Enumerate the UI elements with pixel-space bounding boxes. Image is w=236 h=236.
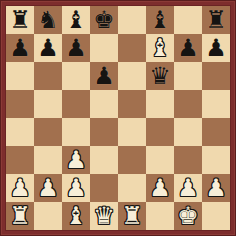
black-king: ♚ <box>90 6 118 34</box>
square-a5[interactable] <box>6 90 34 118</box>
square-c6[interactable] <box>62 62 90 90</box>
white-pawn: ♟ <box>62 174 90 202</box>
square-f5[interactable] <box>146 90 174 118</box>
square-h1[interactable] <box>202 202 230 230</box>
square-e8[interactable] <box>118 6 146 34</box>
white-rook: ♜ <box>6 202 34 230</box>
white-pawn: ♟ <box>62 146 90 174</box>
white-pawn: ♟ <box>6 174 34 202</box>
square-e6[interactable] <box>118 62 146 90</box>
square-e5[interactable] <box>118 90 146 118</box>
black-bishop: ♝ <box>146 6 174 34</box>
square-h6[interactable] <box>202 62 230 90</box>
square-a3[interactable] <box>6 146 34 174</box>
black-bishop: ♝ <box>62 6 90 34</box>
chess-board: ♜♞♝♚♝♜♟♟♟♝♟♟♟♛♟♟♟♟♟♟♟♜♝♛♜♚ <box>6 6 230 230</box>
white-pawn: ♟ <box>146 174 174 202</box>
square-e3[interactable] <box>118 146 146 174</box>
square-h7[interactable]: ♟ <box>202 34 230 62</box>
square-f2[interactable]: ♟ <box>146 174 174 202</box>
white-queen: ♛ <box>90 202 118 230</box>
square-c5[interactable] <box>62 90 90 118</box>
square-f4[interactable] <box>146 118 174 146</box>
black-rook: ♜ <box>202 6 230 34</box>
square-h8[interactable]: ♜ <box>202 6 230 34</box>
white-pawn: ♟ <box>202 174 230 202</box>
square-h3[interactable] <box>202 146 230 174</box>
white-rook: ♜ <box>118 202 146 230</box>
white-pawn: ♟ <box>174 174 202 202</box>
square-e2[interactable] <box>118 174 146 202</box>
square-e1[interactable]: ♜ <box>118 202 146 230</box>
square-c7[interactable]: ♟ <box>62 34 90 62</box>
black-pawn: ♟ <box>34 34 62 62</box>
square-d2[interactable] <box>90 174 118 202</box>
square-c3[interactable]: ♟ <box>62 146 90 174</box>
square-h2[interactable]: ♟ <box>202 174 230 202</box>
square-b8[interactable]: ♞ <box>34 6 62 34</box>
square-g7[interactable]: ♟ <box>174 34 202 62</box>
white-bishop: ♝ <box>146 34 174 62</box>
square-g2[interactable]: ♟ <box>174 174 202 202</box>
board-frame: ♜♞♝♚♝♜♟♟♟♝♟♟♟♛♟♟♟♟♟♟♟♜♝♛♜♚ <box>0 0 236 236</box>
square-d3[interactable] <box>90 146 118 174</box>
black-pawn: ♟ <box>174 34 202 62</box>
square-f6[interactable]: ♛ <box>146 62 174 90</box>
black-rook: ♜ <box>6 6 34 34</box>
square-d6[interactable]: ♟ <box>90 62 118 90</box>
square-f7[interactable]: ♝ <box>146 34 174 62</box>
square-c1[interactable]: ♝ <box>62 202 90 230</box>
square-b4[interactable] <box>34 118 62 146</box>
square-a1[interactable]: ♜ <box>6 202 34 230</box>
square-b1[interactable] <box>34 202 62 230</box>
square-c4[interactable] <box>62 118 90 146</box>
square-g3[interactable] <box>174 146 202 174</box>
square-g1[interactable]: ♚ <box>174 202 202 230</box>
white-pawn: ♟ <box>34 174 62 202</box>
square-a2[interactable]: ♟ <box>6 174 34 202</box>
square-d7[interactable] <box>90 34 118 62</box>
square-h5[interactable] <box>202 90 230 118</box>
square-d5[interactable] <box>90 90 118 118</box>
black-pawn: ♟ <box>90 62 118 90</box>
square-h4[interactable] <box>202 118 230 146</box>
square-f3[interactable] <box>146 146 174 174</box>
square-e4[interactable] <box>118 118 146 146</box>
square-b3[interactable] <box>34 146 62 174</box>
square-d1[interactable]: ♛ <box>90 202 118 230</box>
black-pawn: ♟ <box>202 34 230 62</box>
square-g6[interactable] <box>174 62 202 90</box>
square-d4[interactable] <box>90 118 118 146</box>
square-c2[interactable]: ♟ <box>62 174 90 202</box>
square-b6[interactable] <box>34 62 62 90</box>
square-g5[interactable] <box>174 90 202 118</box>
square-a7[interactable]: ♟ <box>6 34 34 62</box>
square-b7[interactable]: ♟ <box>34 34 62 62</box>
black-pawn: ♟ <box>6 34 34 62</box>
square-f8[interactable]: ♝ <box>146 6 174 34</box>
black-knight: ♞ <box>34 6 62 34</box>
square-f1[interactable] <box>146 202 174 230</box>
square-b5[interactable] <box>34 90 62 118</box>
square-e7[interactable] <box>118 34 146 62</box>
white-bishop: ♝ <box>62 202 90 230</box>
square-g4[interactable] <box>174 118 202 146</box>
square-c8[interactable]: ♝ <box>62 6 90 34</box>
square-d8[interactable]: ♚ <box>90 6 118 34</box>
square-a8[interactable]: ♜ <box>6 6 34 34</box>
white-king: ♚ <box>174 202 202 230</box>
square-a6[interactable] <box>6 62 34 90</box>
square-g8[interactable] <box>174 6 202 34</box>
black-queen: ♛ <box>146 62 174 90</box>
black-pawn: ♟ <box>62 34 90 62</box>
square-b2[interactable]: ♟ <box>34 174 62 202</box>
square-a4[interactable] <box>6 118 34 146</box>
